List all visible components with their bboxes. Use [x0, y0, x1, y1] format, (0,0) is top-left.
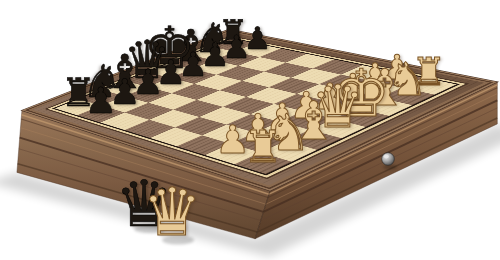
spare-white-queen[interactable]: ♛ [142, 180, 201, 246]
chess-set-photo: ♜♞♝♛♚♝♞♜♟♟♟♟♟♟♟♟♟♟♟♟♟♟♟♟♜♞♝♛♚♝♞♜♛♛ [0, 0, 500, 260]
chess-piece-white-rook[interactable]: ♜ [243, 125, 282, 169]
chess-piece-black-pawn[interactable]: ♟ [85, 83, 117, 119]
